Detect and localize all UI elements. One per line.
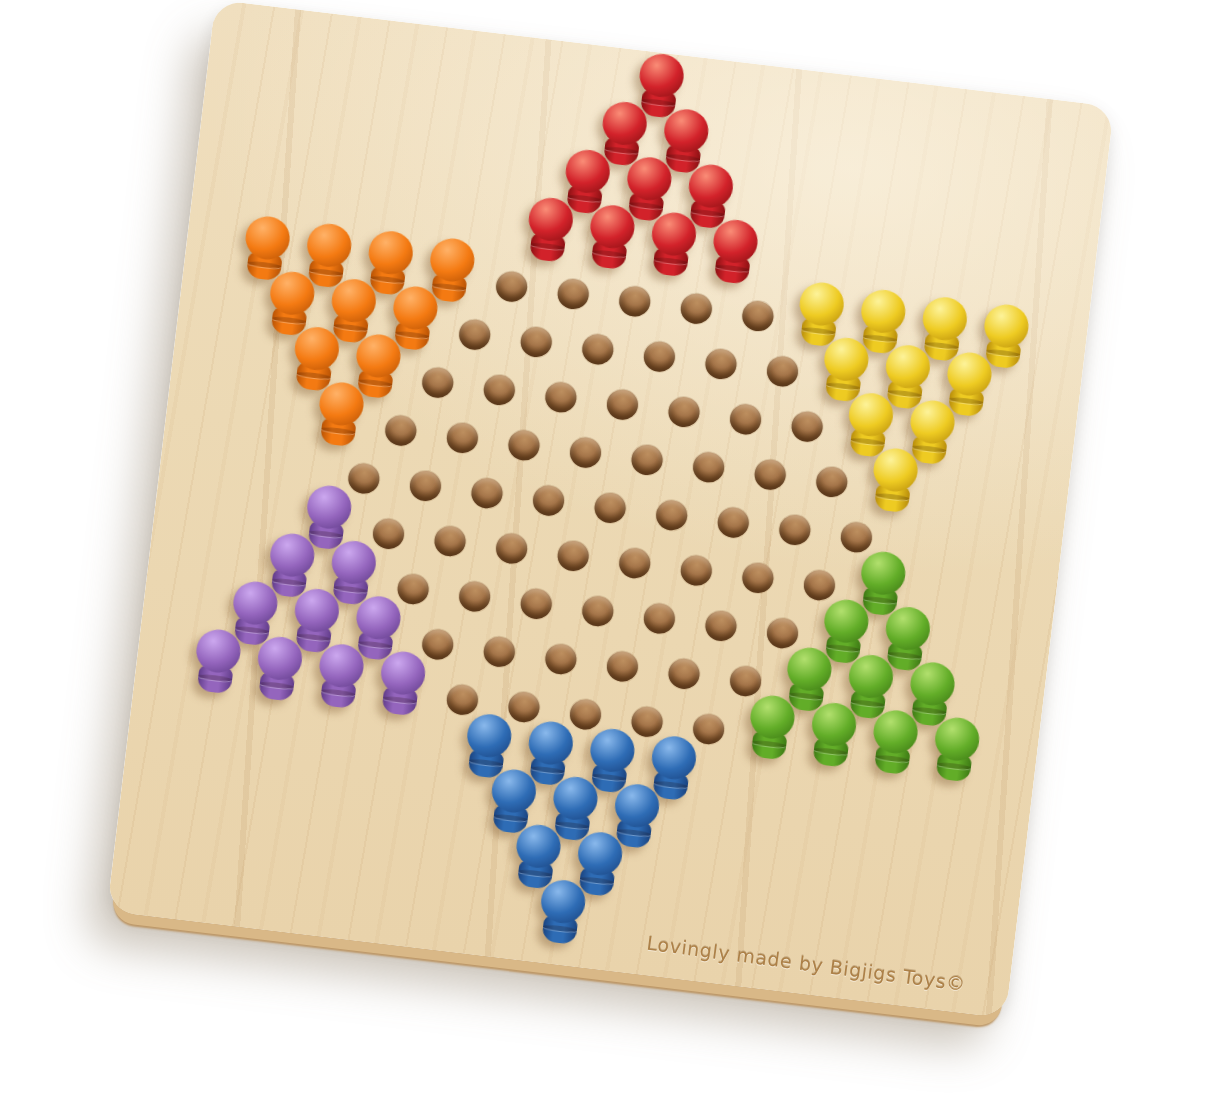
board-cell (687, 335, 755, 394)
board-hole[interactable] (519, 587, 553, 620)
board-hole[interactable] (445, 421, 479, 454)
board-hole[interactable] (458, 580, 492, 613)
board-cell (502, 574, 570, 633)
board-cell (392, 456, 460, 515)
board-cell (515, 471, 583, 530)
board-cell (441, 305, 509, 364)
peg-purple[interactable] (314, 642, 367, 710)
peg-purple[interactable] (252, 634, 305, 702)
board-hole[interactable] (544, 381, 578, 414)
board-cell (527, 630, 595, 689)
board-cell (736, 707, 804, 766)
board-cell (798, 714, 866, 773)
board-cell (859, 460, 927, 519)
board-cell (761, 500, 829, 559)
star-grid (158, 21, 1063, 994)
board-cell (576, 217, 644, 276)
board-hole[interactable] (630, 443, 664, 476)
peg-red[interactable] (646, 210, 699, 278)
board-cell (859, 722, 927, 781)
board-hole[interactable] (507, 429, 541, 462)
board-cell (490, 416, 558, 475)
board-cell (699, 231, 767, 290)
peg-green[interactable] (929, 715, 982, 783)
board-hole[interactable] (605, 388, 639, 421)
board-cell (564, 582, 632, 641)
game-board: Lovingly made by Bigjigs Toys© (107, 0, 1114, 1018)
board-cell (527, 892, 595, 951)
board-cell (601, 534, 669, 593)
board-cell (416, 512, 484, 571)
board-hole[interactable] (482, 635, 516, 668)
board-cell (724, 287, 792, 346)
board-hole[interactable] (421, 366, 455, 399)
peg-red[interactable] (523, 195, 576, 263)
board-cell (478, 257, 546, 316)
board-hole[interactable] (556, 539, 590, 572)
board-cell (626, 589, 694, 648)
board-hole[interactable] (790, 410, 824, 443)
board-cell (662, 541, 730, 600)
board-hole[interactable] (568, 436, 602, 469)
board-hole[interactable] (679, 292, 713, 325)
board-hole[interactable] (593, 491, 627, 524)
board-hole[interactable] (458, 318, 492, 351)
board-cell (441, 567, 509, 626)
board-hole[interactable] (765, 355, 799, 388)
peg-purple[interactable] (375, 649, 428, 717)
board-hole[interactable] (704, 609, 738, 642)
board-hole[interactable] (605, 650, 639, 683)
board-hole[interactable] (655, 499, 689, 532)
board-cell (736, 445, 804, 504)
board-hole[interactable] (642, 602, 676, 635)
board-cell (662, 279, 730, 338)
board-cell (638, 486, 706, 545)
peg-green[interactable] (868, 708, 921, 776)
scene: Lovingly made by Bigjigs Toys© (0, 0, 1205, 1115)
peg-red[interactable] (708, 217, 761, 285)
board-cell (465, 361, 533, 420)
board-hole[interactable] (519, 325, 553, 358)
board-cell (699, 493, 767, 552)
board-cell (367, 401, 435, 460)
peg-red[interactable] (585, 203, 638, 271)
peg-yellow[interactable] (868, 446, 921, 514)
board-hole[interactable] (728, 403, 762, 436)
board-hole[interactable] (618, 285, 652, 318)
board-cell (552, 423, 620, 482)
board-cell (465, 622, 533, 681)
board-cell (589, 637, 657, 696)
board-cell (244, 648, 312, 707)
board-hole[interactable] (482, 373, 516, 406)
peg-blue[interactable] (535, 878, 588, 946)
board-hole[interactable] (753, 458, 787, 491)
board-hole[interactable] (679, 554, 713, 587)
board-hole[interactable] (778, 513, 812, 546)
board-cell (564, 320, 632, 379)
board-hole[interactable] (618, 547, 652, 580)
board-cell (305, 394, 373, 453)
board-hole[interactable] (667, 395, 701, 428)
board-hole[interactable] (741, 299, 775, 332)
peg-purple[interactable] (191, 627, 244, 695)
board-cell (527, 368, 595, 427)
board-cell (453, 464, 521, 523)
board-hole[interactable] (531, 484, 565, 517)
board-hole[interactable] (741, 561, 775, 594)
board-hole[interactable] (408, 469, 442, 502)
board-hole[interactable] (470, 477, 504, 510)
board-hole[interactable] (667, 657, 701, 690)
board-cell (687, 596, 755, 655)
board-cell (539, 265, 607, 324)
board-cell (576, 478, 644, 537)
board-cell (650, 383, 718, 442)
board-cell (712, 390, 780, 449)
board-cell (589, 375, 657, 434)
board-hole[interactable] (581, 594, 615, 627)
board-cell (478, 519, 546, 578)
board-cell (626, 327, 694, 386)
board-hole[interactable] (544, 642, 578, 675)
board-cell (515, 209, 583, 268)
board-hole[interactable] (494, 532, 528, 565)
board-cell (367, 663, 435, 722)
board-hole[interactable] (581, 333, 615, 366)
board-cell (613, 430, 681, 489)
peg-green[interactable] (806, 700, 859, 768)
board-cell (601, 272, 669, 331)
board-hole[interactable] (556, 277, 590, 310)
board-hole[interactable] (815, 465, 849, 498)
board-hole[interactable] (704, 347, 738, 380)
board-cell (798, 453, 866, 512)
board-cell (502, 313, 570, 372)
board-cell (650, 644, 718, 703)
board-cell (305, 656, 373, 715)
board-hole[interactable] (384, 414, 418, 447)
board-cell (724, 548, 792, 607)
board-hole[interactable] (716, 506, 750, 539)
board-cell (749, 342, 817, 401)
board-cell (638, 224, 706, 283)
board-cell (404, 353, 472, 412)
board-hole[interactable] (642, 340, 676, 373)
board-cell (539, 526, 607, 585)
board-cell (182, 641, 250, 700)
board-cell (675, 438, 743, 497)
page: { "game": "chinese-checkers", "board": {… (0, 0, 1205, 1115)
board-cell (773, 397, 841, 456)
peg-green[interactable] (745, 693, 798, 761)
peg-orange[interactable] (314, 380, 367, 448)
board-cell (429, 408, 497, 467)
board-hole[interactable] (691, 451, 725, 484)
board-hole[interactable] (433, 524, 467, 557)
board-hole[interactable] (494, 270, 528, 303)
board-cell (921, 729, 989, 788)
